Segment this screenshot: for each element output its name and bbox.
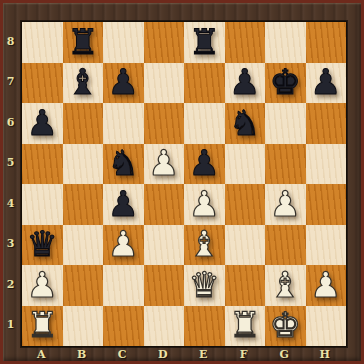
file-label-e: E xyxy=(183,347,224,362)
square-d2[interactable] xyxy=(144,265,185,306)
rank-label-3: 3 xyxy=(0,224,21,265)
piece-black-pawn-a6: ♟ xyxy=(22,103,63,144)
square-a1[interactable]: ♜ xyxy=(22,306,63,347)
square-b2[interactable] xyxy=(63,265,104,306)
file-label-c: C xyxy=(102,347,143,362)
piece-white-pawn-c3: ♟ xyxy=(103,225,144,266)
piece-black-knight-f6: ♞ xyxy=(225,103,266,144)
rank-label-8: 8 xyxy=(0,21,21,62)
piece-black-bishop-b7: ♝ xyxy=(63,63,104,104)
piece-black-rook-e8: ♜ xyxy=(184,22,225,63)
rank-label-4: 4 xyxy=(0,183,21,224)
square-b1[interactable] xyxy=(63,306,104,347)
rank-label-5: 5 xyxy=(0,143,21,184)
square-g5[interactable] xyxy=(265,144,306,185)
square-e2[interactable]: ♛ xyxy=(184,265,225,306)
square-h7[interactable]: ♟ xyxy=(306,63,347,104)
square-e6[interactable] xyxy=(184,103,225,144)
square-d3[interactable] xyxy=(144,225,185,266)
square-g4[interactable]: ♟ xyxy=(265,184,306,225)
square-c1[interactable] xyxy=(103,306,144,347)
chess-board-screenshot: 87654321 ABCDEFGH ♜♜♝♟♟♚♟♟♞♞♟♟♟♟♟♛♟♝♟♛♝♟… xyxy=(0,0,364,364)
square-c2[interactable] xyxy=(103,265,144,306)
square-g6[interactable] xyxy=(265,103,306,144)
square-g2[interactable]: ♝ xyxy=(265,265,306,306)
square-h5[interactable] xyxy=(306,144,347,185)
square-a4[interactable] xyxy=(22,184,63,225)
square-b6[interactable] xyxy=(63,103,104,144)
square-e1[interactable] xyxy=(184,306,225,347)
square-e7[interactable] xyxy=(184,63,225,104)
square-f5[interactable] xyxy=(225,144,266,185)
piece-white-queen-e2: ♛ xyxy=(184,265,225,306)
square-c3[interactable]: ♟ xyxy=(103,225,144,266)
piece-white-pawn-h2: ♟ xyxy=(306,265,347,306)
square-d7[interactable] xyxy=(144,63,185,104)
square-e4[interactable]: ♟ xyxy=(184,184,225,225)
piece-white-pawn-e4: ♟ xyxy=(184,184,225,225)
piece-black-pawn-f7: ♟ xyxy=(225,63,266,104)
rank-label-7: 7 xyxy=(0,62,21,103)
piece-white-pawn-d5: ♟ xyxy=(144,144,185,185)
square-h6[interactable] xyxy=(306,103,347,144)
rank-label-2: 2 xyxy=(0,264,21,305)
square-f1[interactable]: ♜ xyxy=(225,306,266,347)
file-labels: ABCDEFGH xyxy=(21,347,345,362)
square-e5[interactable]: ♟ xyxy=(184,144,225,185)
piece-white-bishop-g2: ♝ xyxy=(265,265,306,306)
square-b4[interactable] xyxy=(63,184,104,225)
piece-black-pawn-c4: ♟ xyxy=(103,184,144,225)
piece-black-queen-a3: ♛ xyxy=(22,225,63,266)
piece-white-king-g1: ♚ xyxy=(265,306,306,347)
square-h8[interactable] xyxy=(306,22,347,63)
square-g3[interactable] xyxy=(265,225,306,266)
square-a5[interactable] xyxy=(22,144,63,185)
square-c6[interactable] xyxy=(103,103,144,144)
rank-labels: 87654321 xyxy=(0,21,21,345)
square-h2[interactable]: ♟ xyxy=(306,265,347,306)
square-a8[interactable] xyxy=(22,22,63,63)
square-f7[interactable]: ♟ xyxy=(225,63,266,104)
square-f6[interactable]: ♞ xyxy=(225,103,266,144)
file-label-g: G xyxy=(264,347,305,362)
chess-board: ♜♜♝♟♟♚♟♟♞♞♟♟♟♟♟♛♟♝♟♛♝♟♜♜♚ xyxy=(21,21,347,347)
file-label-h: H xyxy=(305,347,346,362)
square-b7[interactable]: ♝ xyxy=(63,63,104,104)
square-d6[interactable] xyxy=(144,103,185,144)
piece-black-pawn-e5: ♟ xyxy=(184,144,225,185)
file-label-a: A xyxy=(21,347,62,362)
square-b5[interactable] xyxy=(63,144,104,185)
rank-label-1: 1 xyxy=(0,305,21,346)
square-f8[interactable] xyxy=(225,22,266,63)
piece-white-pawn-g4: ♟ xyxy=(265,184,306,225)
square-d4[interactable] xyxy=(144,184,185,225)
square-f2[interactable] xyxy=(225,265,266,306)
piece-white-rook-f1: ♜ xyxy=(225,306,266,347)
square-a6[interactable]: ♟ xyxy=(22,103,63,144)
piece-black-king-g7: ♚ xyxy=(265,63,306,104)
square-g1[interactable]: ♚ xyxy=(265,306,306,347)
piece-black-pawn-h7: ♟ xyxy=(306,63,347,104)
file-label-f: F xyxy=(224,347,265,362)
file-label-b: B xyxy=(62,347,103,362)
square-g7[interactable]: ♚ xyxy=(265,63,306,104)
square-c7[interactable]: ♟ xyxy=(103,63,144,104)
square-h1[interactable] xyxy=(306,306,347,347)
piece-white-rook-a1: ♜ xyxy=(22,306,63,347)
square-g8[interactable] xyxy=(265,22,306,63)
square-a3[interactable]: ♛ xyxy=(22,225,63,266)
square-f4[interactable] xyxy=(225,184,266,225)
square-e8[interactable]: ♜ xyxy=(184,22,225,63)
square-e3[interactable]: ♝ xyxy=(184,225,225,266)
square-h3[interactable] xyxy=(306,225,347,266)
rank-label-6: 6 xyxy=(0,102,21,143)
square-a2[interactable]: ♟ xyxy=(22,265,63,306)
square-c8[interactable] xyxy=(103,22,144,63)
square-c5[interactable]: ♞ xyxy=(103,144,144,185)
square-h4[interactable] xyxy=(306,184,347,225)
square-b8[interactable]: ♜ xyxy=(63,22,104,63)
square-d8[interactable] xyxy=(144,22,185,63)
piece-black-knight-c5: ♞ xyxy=(103,144,144,185)
square-c4[interactable]: ♟ xyxy=(103,184,144,225)
square-f3[interactable] xyxy=(225,225,266,266)
piece-white-pawn-a2: ♟ xyxy=(22,265,63,306)
piece-black-rook-b8: ♜ xyxy=(63,22,104,63)
square-b3[interactable] xyxy=(63,225,104,266)
square-a7[interactable] xyxy=(22,63,63,104)
square-d5[interactable]: ♟ xyxy=(144,144,185,185)
file-label-d: D xyxy=(143,347,184,362)
square-d1[interactable] xyxy=(144,306,185,347)
piece-white-bishop-e3: ♝ xyxy=(184,225,225,266)
piece-black-pawn-c7: ♟ xyxy=(103,63,144,104)
